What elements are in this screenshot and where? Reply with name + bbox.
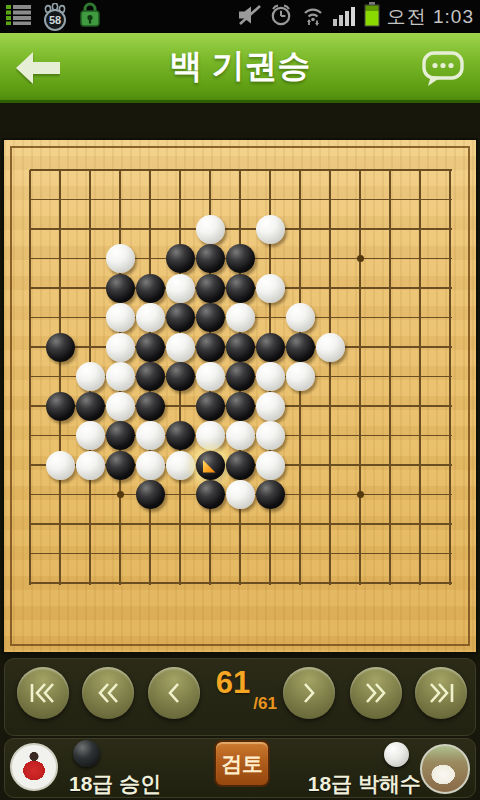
stone-white [106, 392, 135, 421]
signal-icon [333, 4, 357, 30]
star-point [117, 491, 124, 498]
chat-bubble-icon[interactable] [422, 51, 464, 87]
stone-white [256, 392, 285, 421]
stone-black [136, 333, 165, 362]
move-counter: 61 /61 [197, 665, 283, 714]
stone-white [46, 451, 75, 480]
stone-black [256, 480, 285, 509]
stone-white [226, 480, 255, 509]
board-grid[interactable] [4, 140, 476, 652]
stone-black [46, 333, 75, 362]
white-player-avatar[interactable] [420, 744, 470, 794]
stone-black [226, 333, 255, 362]
stone-black [136, 480, 165, 509]
grid-line [30, 553, 452, 555]
stone-white [226, 303, 255, 332]
stone-black [196, 333, 225, 362]
stone-white [166, 451, 195, 480]
stone-black [226, 244, 255, 273]
stone-white [256, 274, 285, 303]
nav-back-one-button[interactable] [148, 667, 200, 719]
header: 백 기권승 [0, 33, 480, 103]
stone-black [226, 451, 255, 480]
paw-badge-icon: 58 [41, 3, 69, 31]
status-bar: 58 [0, 0, 480, 33]
stone-black [196, 451, 225, 480]
stone-black [196, 244, 225, 273]
wifi-arrows-icon [300, 4, 326, 30]
stone-black [46, 392, 75, 421]
stone-black [286, 333, 315, 362]
stone-white [106, 362, 135, 391]
stone-black [166, 303, 195, 332]
stone-black [226, 362, 255, 391]
nav-back-fast-button[interactable] [82, 667, 134, 719]
nav-forward-fast-button[interactable] [350, 667, 402, 719]
stone-white [166, 274, 195, 303]
grid-line [419, 170, 421, 585]
stone-black [136, 362, 165, 391]
player-bar: 18급 승인 검토 18급 박해수 [4, 738, 476, 798]
last-move-marker [203, 460, 216, 473]
grid-line [449, 170, 451, 585]
goban-board [4, 140, 476, 652]
stone-white [76, 451, 105, 480]
stone-white [106, 303, 135, 332]
stone-white [76, 421, 105, 450]
grid-line [30, 582, 452, 584]
stone-white [106, 333, 135, 362]
black-player-label: 18급 승인 [69, 770, 161, 798]
stone-black [196, 303, 225, 332]
stone-black [136, 274, 165, 303]
stone-black [226, 274, 255, 303]
stone-black [256, 333, 285, 362]
stone-black [106, 451, 135, 480]
stone-white [256, 421, 285, 450]
stone-black [106, 274, 135, 303]
back-button[interactable] [16, 52, 60, 84]
stone-white [256, 215, 285, 244]
stone-black [196, 274, 225, 303]
stone-white [136, 421, 165, 450]
stone-black [76, 392, 105, 421]
star-point [357, 255, 364, 262]
stone-white [196, 421, 225, 450]
stone-white [286, 362, 315, 391]
stone-white [136, 303, 165, 332]
stone-black [166, 421, 195, 450]
white-stone-icon [384, 742, 409, 767]
nav-last-button[interactable] [415, 667, 467, 719]
grid-line [30, 523, 452, 525]
stone-white [226, 421, 255, 450]
stone-white [196, 362, 225, 391]
status-time: 오전 1:03 [387, 4, 474, 30]
stone-black [106, 421, 135, 450]
black-stone-icon [73, 740, 100, 767]
star-point [357, 491, 364, 498]
stone-black [196, 480, 225, 509]
alarm-icon [269, 4, 293, 30]
stone-white [256, 362, 285, 391]
move-navigation-bar: 61 /61 [4, 658, 476, 736]
stone-black [136, 392, 165, 421]
stone-white [136, 451, 165, 480]
mute-icon [237, 4, 262, 30]
stone-black [196, 392, 225, 421]
white-player-label: 18급 박해수 [295, 770, 421, 798]
stone-black [166, 244, 195, 273]
stone-white [166, 333, 195, 362]
paw-badge-count: 58 [44, 9, 66, 31]
nav-first-button[interactable] [17, 667, 69, 719]
black-player-avatar[interactable] [10, 743, 58, 791]
battery-icon [364, 2, 380, 31]
lock-icon [78, 1, 102, 32]
stone-white [106, 244, 135, 273]
stone-white [196, 215, 225, 244]
stone-black [166, 362, 195, 391]
nav-forward-one-button[interactable] [283, 667, 335, 719]
list-status-icon [6, 5, 32, 29]
page-title: 백 기권승 [0, 44, 480, 89]
stone-white [76, 362, 105, 391]
stone-white [316, 333, 345, 362]
stone-white [286, 303, 315, 332]
stone-white [256, 451, 285, 480]
stone-black [226, 392, 255, 421]
review-button[interactable]: 검토 [214, 740, 270, 787]
